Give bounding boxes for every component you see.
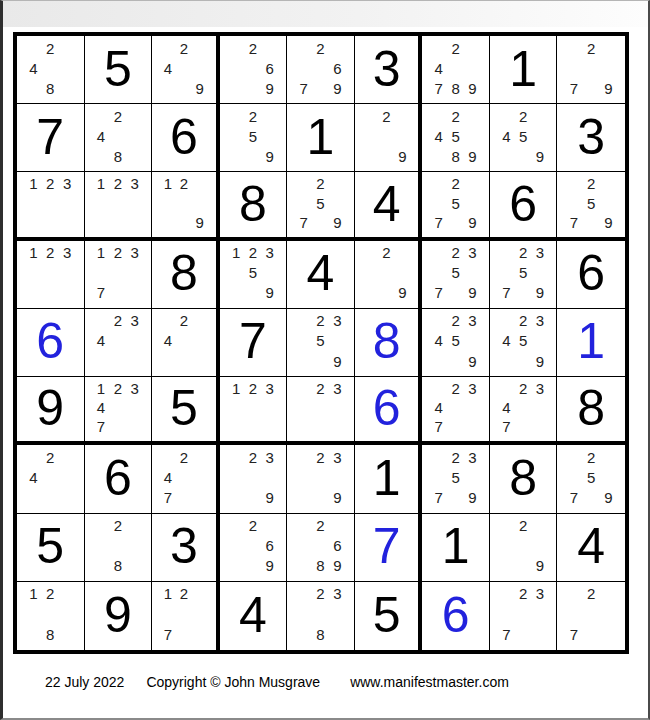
pencil-mark-9: 9 (600, 78, 617, 98)
pencil-mark-9: 9 (329, 351, 346, 371)
cell-r3c2[interactable]: 123 (85, 172, 153, 240)
pencil-mark-1: 1 (25, 584, 42, 604)
entered-digit: 6 (17, 309, 84, 376)
pencil-mark-9: 9 (329, 556, 346, 576)
pencil-mark-7: 7 (565, 213, 582, 232)
pencil-marks: 239 (287, 445, 354, 512)
cell-r2c2[interactable]: 248 (85, 104, 153, 172)
pencil-mark-9: 9 (532, 556, 549, 576)
pencil-marks: 23 (287, 377, 354, 441)
solved-digit: 3 (557, 104, 625, 171)
pencil-marks: 28 (85, 514, 152, 581)
pencil-mark-4: 4 (25, 58, 42, 78)
pencil-mark-7: 7 (295, 213, 312, 232)
solved-digit: 3 (152, 514, 216, 581)
cell-r6c5[interactable]: 23 (287, 377, 355, 445)
solved-digit: 6 (85, 445, 152, 512)
cell-r3c4[interactable]: 8 (220, 172, 288, 240)
cell-r5c9[interactable]: 1 (557, 309, 625, 377)
cell-r3c6[interactable]: 4 (355, 172, 423, 240)
cell-r7c8[interactable]: 8 (490, 445, 558, 513)
cell-r3c3[interactable]: 129 (152, 172, 220, 240)
pencil-marks: 24789 (422, 36, 489, 103)
cell-r7c3[interactable]: 247 (152, 445, 220, 513)
cell-r7c2[interactable]: 6 (85, 445, 153, 513)
cell-r2c3[interactable]: 6 (152, 104, 220, 172)
pencil-mark-2: 2 (176, 584, 192, 604)
cell-r8c1[interactable]: 5 (17, 514, 85, 582)
pencil-mark-8: 8 (312, 556, 329, 576)
cell-r6c8[interactable]: 2347 (490, 377, 558, 445)
pencil-mark-2: 2 (379, 243, 395, 263)
pencil-marks: 2579 (557, 172, 625, 236)
cell-r5c5[interactable]: 2359 (287, 309, 355, 377)
pencil-mark-9: 9 (394, 283, 410, 303)
cell-r1c6[interactable]: 3 (355, 36, 423, 104)
cell-r3c9[interactable]: 2579 (557, 172, 625, 240)
pencil-marks: 12347 (85, 377, 152, 441)
pencil-mark-6: 6 (329, 536, 346, 556)
solved-digit: 4 (220, 582, 287, 650)
pencil-mark-7: 7 (430, 417, 447, 436)
pencil-mark-2: 2 (312, 38, 329, 58)
entered-digit: 7 (355, 514, 419, 581)
cell-r8c2[interactable]: 28 (85, 514, 153, 582)
pencil-mark-5: 5 (312, 194, 329, 213)
pencil-mark-9: 9 (261, 78, 278, 98)
pencil-mark-7: 7 (565, 487, 582, 507)
pencil-mark-3: 3 (532, 584, 549, 604)
pencil-mark-3: 3 (464, 447, 481, 467)
cell-r4c3[interactable]: 8 (152, 241, 220, 309)
pencil-mark-4: 4 (498, 331, 515, 351)
pencil-marks: 279 (557, 36, 625, 103)
pencil-mark-2: 2 (447, 379, 464, 398)
pencil-mark-3: 3 (532, 243, 549, 263)
pencil-mark-3: 3 (329, 584, 346, 604)
pencil-marks: 2679 (287, 36, 354, 103)
pencil-mark-4: 4 (498, 398, 515, 417)
pencil-mark-7: 7 (160, 625, 176, 645)
cell-r7c9[interactable]: 2579 (557, 445, 625, 513)
footer-website: www.manifestmaster.com (350, 674, 509, 690)
pencil-mark-3: 3 (464, 243, 481, 263)
pencil-mark-3: 3 (126, 311, 143, 331)
pencil-mark-1: 1 (160, 174, 176, 193)
pencil-marks: 23579 (422, 445, 489, 512)
cell-r9c9[interactable]: 27 (557, 582, 625, 650)
pencil-mark-1: 1 (160, 584, 176, 604)
pencil-mark-3: 3 (261, 243, 278, 263)
solved-digit: 4 (557, 514, 625, 581)
pencil-mark-3: 3 (261, 379, 278, 398)
pencil-mark-7: 7 (160, 487, 176, 507)
cell-r5c8[interactable]: 23459 (490, 309, 558, 377)
sudoku-app-window: 2485249269267932478912797248625912924589… (0, 0, 650, 720)
cell-r5c4[interactable]: 7 (220, 309, 288, 377)
cell-r1c7[interactable]: 24789 (422, 36, 490, 104)
pencil-mark-2: 2 (447, 447, 464, 467)
pencil-mark-9: 9 (329, 78, 346, 98)
solved-digit: 9 (85, 582, 152, 650)
cell-r9c7[interactable]: 6 (422, 582, 490, 650)
cell-r2c9[interactable]: 3 (557, 104, 625, 172)
pencil-mark-2: 2 (583, 38, 600, 58)
cell-r8c3[interactable]: 3 (152, 514, 220, 582)
cell-r3c5[interactable]: 2579 (287, 172, 355, 240)
cell-r6c6[interactable]: 6 (355, 377, 423, 445)
pencil-marks: 128 (17, 582, 84, 650)
solved-digit: 7 (17, 104, 84, 171)
pencil-mark-5: 5 (515, 126, 532, 146)
footer: 22 July 2022 Copyright © John Musgrave w… (45, 674, 509, 690)
pencil-mark-8: 8 (447, 146, 464, 166)
pencil-mark-3: 3 (464, 311, 481, 331)
pencil-mark-5: 5 (447, 126, 464, 146)
pencil-marks: 238 (287, 582, 354, 650)
solved-digit: 7 (220, 309, 287, 376)
pencil-mark-9: 9 (394, 146, 410, 166)
pencil-mark-1: 1 (93, 243, 110, 263)
pencil-mark-9: 9 (192, 213, 208, 232)
cell-r1c4[interactable]: 269 (220, 36, 288, 104)
cell-r5c3[interactable]: 24 (152, 309, 220, 377)
cell-r9c6[interactable]: 5 (355, 582, 423, 650)
pencil-marks: 12359 (220, 241, 287, 308)
pencil-mark-8: 8 (42, 625, 59, 645)
cell-r6c4[interactable]: 123 (220, 377, 288, 445)
solved-digit: 1 (355, 445, 419, 512)
pencil-mark-3: 3 (329, 311, 346, 331)
cell-r3c7[interactable]: 2579 (422, 172, 490, 240)
pencil-mark-8: 8 (109, 146, 126, 166)
pencil-marks: 239 (220, 445, 287, 512)
pencil-mark-2: 2 (447, 174, 464, 193)
cell-r7c7[interactable]: 23579 (422, 445, 490, 513)
solved-digit: 4 (287, 241, 354, 308)
pencil-mark-2: 2 (176, 447, 192, 467)
cell-r8c7[interactable]: 1 (422, 514, 490, 582)
solved-digit: 5 (152, 377, 216, 441)
pencil-mark-6: 6 (261, 58, 278, 78)
pencil-mark-7: 7 (430, 213, 447, 232)
pencil-mark-3: 3 (532, 311, 549, 331)
cell-r3c8[interactable]: 6 (490, 172, 558, 240)
pencil-marks: 129 (152, 172, 216, 236)
pencil-mark-4: 4 (25, 467, 42, 487)
pencil-mark-2: 2 (312, 379, 329, 398)
pencil-mark-2: 2 (583, 584, 600, 604)
pencil-mark-9: 9 (329, 213, 346, 232)
pencil-mark-1: 1 (93, 379, 110, 398)
pencil-marks: 123 (220, 377, 287, 441)
pencil-mark-2: 2 (515, 584, 532, 604)
pencil-mark-2: 2 (42, 243, 59, 263)
pencil-mark-1: 1 (228, 243, 245, 263)
solved-digit: 8 (557, 377, 625, 441)
pencil-mark-9: 9 (464, 487, 481, 507)
solved-digit: 5 (85, 36, 152, 103)
cell-r4c2[interactable]: 1237 (85, 241, 153, 309)
pencil-mark-5: 5 (447, 263, 464, 283)
cell-r1c2[interactable]: 5 (85, 36, 153, 104)
cell-r4c8[interactable]: 23579 (490, 241, 558, 309)
cell-r1c5[interactable]: 2679 (287, 36, 355, 104)
pencil-mark-9: 9 (261, 146, 278, 166)
pencil-mark-9: 9 (261, 283, 278, 303)
pencil-mark-3: 3 (59, 174, 76, 193)
solved-digit: 3 (355, 36, 419, 103)
pencil-mark-2: 2 (176, 38, 192, 58)
pencil-mark-2: 2 (515, 379, 532, 398)
solved-digit: 6 (557, 241, 625, 308)
pencil-mark-4: 4 (430, 58, 447, 78)
cell-r7c1[interactable]: 24 (17, 445, 85, 513)
pencil-mark-2: 2 (515, 516, 532, 536)
entered-digit: 1 (557, 309, 625, 376)
pencil-mark-9: 9 (532, 283, 549, 303)
pencil-mark-4: 4 (430, 398, 447, 417)
footer-date: 22 July 2022 (45, 674, 124, 690)
cell-r6c7[interactable]: 2347 (422, 377, 490, 445)
pencil-mark-7: 7 (93, 417, 110, 436)
pencil-marks: 29 (355, 241, 419, 308)
pencil-mark-5: 5 (447, 194, 464, 213)
solved-digit: 9 (17, 377, 84, 441)
cell-r5c2[interactable]: 234 (85, 309, 153, 377)
window-titlebar[interactable] (3, 1, 648, 27)
pencil-mark-8: 8 (42, 78, 59, 98)
pencil-mark-4: 4 (430, 331, 447, 351)
pencil-mark-2: 2 (583, 174, 600, 193)
pencil-mark-1: 1 (228, 379, 245, 398)
pencil-mark-5: 5 (515, 331, 532, 351)
cell-r1c1[interactable]: 248 (17, 36, 85, 104)
pencil-mark-9: 9 (464, 351, 481, 371)
pencil-mark-5: 5 (583, 194, 600, 213)
cell-r6c2[interactable]: 12347 (85, 377, 153, 445)
pencil-mark-8: 8 (109, 556, 126, 576)
pencil-mark-5: 5 (515, 263, 532, 283)
pencil-mark-6: 6 (329, 58, 346, 78)
pencil-mark-1: 1 (25, 174, 42, 193)
pencil-marks: 248 (85, 104, 152, 171)
cell-r2c4[interactable]: 259 (220, 104, 288, 172)
pencil-marks: 23579 (422, 241, 489, 308)
cell-r9c5[interactable]: 238 (287, 582, 355, 650)
pencil-marks: 269 (220, 514, 287, 581)
pencil-mark-9: 9 (261, 487, 278, 507)
cell-r1c3[interactable]: 249 (152, 36, 220, 104)
solved-digit: 5 (17, 514, 84, 581)
pencil-mark-2: 2 (515, 106, 532, 126)
pencil-marks: 234 (85, 309, 152, 376)
cell-r8c4[interactable]: 269 (220, 514, 288, 582)
entered-digit: 6 (422, 582, 489, 650)
pencil-mark-2: 2 (245, 447, 262, 467)
cell-r9c3[interactable]: 127 (152, 582, 220, 650)
pencil-mark-6: 6 (261, 536, 278, 556)
solved-digit: 6 (490, 172, 557, 236)
pencil-marks: 27 (557, 582, 625, 650)
pencil-marks: 2459 (490, 104, 557, 171)
pencil-mark-2: 2 (447, 311, 464, 331)
pencil-mark-9: 9 (261, 556, 278, 576)
pencil-marks: 127 (152, 582, 216, 650)
pencil-mark-2: 2 (42, 174, 59, 193)
pencil-marks: 2347 (490, 377, 557, 441)
pencil-mark-2: 2 (312, 584, 329, 604)
pencil-mark-7: 7 (93, 283, 110, 303)
pencil-mark-4: 4 (160, 331, 176, 351)
cell-r1c9[interactable]: 279 (557, 36, 625, 104)
pencil-marks: 24589 (422, 104, 489, 171)
pencil-mark-4: 4 (160, 58, 176, 78)
pencil-mark-2: 2 (109, 516, 126, 536)
cell-r8c6[interactable]: 7 (355, 514, 423, 582)
pencil-mark-2: 2 (176, 311, 192, 331)
pencil-marks: 269 (220, 36, 287, 103)
pencil-mark-2: 2 (515, 311, 532, 331)
cell-r2c6[interactable]: 29 (355, 104, 423, 172)
cell-r6c9[interactable]: 8 (557, 377, 625, 445)
pencil-mark-2: 2 (109, 174, 126, 193)
pencil-mark-5: 5 (583, 467, 600, 487)
cell-r2c8[interactable]: 2459 (490, 104, 558, 172)
pencil-mark-9: 9 (464, 213, 481, 232)
cell-r8c5[interactable]: 2689 (287, 514, 355, 582)
cell-r9c4[interactable]: 4 (220, 582, 288, 650)
cell-r6c1[interactable]: 9 (17, 377, 85, 445)
pencil-marks: 2579 (422, 172, 489, 236)
cell-r4c1[interactable]: 123 (17, 241, 85, 309)
pencil-mark-9: 9 (464, 283, 481, 303)
pencil-mark-2: 2 (447, 106, 464, 126)
pencil-mark-3: 3 (59, 243, 76, 263)
pencil-mark-2: 2 (109, 243, 126, 263)
cell-r4c9[interactable]: 6 (557, 241, 625, 309)
pencil-mark-2: 2 (245, 516, 262, 536)
pencil-marks: 2347 (422, 377, 489, 441)
cell-r7c4[interactable]: 239 (220, 445, 288, 513)
cell-r4c6[interactable]: 29 (355, 241, 423, 309)
pencil-mark-4: 4 (160, 467, 176, 487)
pencil-marks: 23579 (490, 241, 557, 308)
cell-r3c1[interactable]: 123 (17, 172, 85, 240)
cell-r7c6[interactable]: 1 (355, 445, 423, 513)
cell-r5c6[interactable]: 8 (355, 309, 423, 377)
pencil-mark-2: 2 (515, 243, 532, 263)
pencil-marks: 2579 (287, 172, 354, 236)
cell-r5c1[interactable]: 6 (17, 309, 85, 377)
pencil-mark-9: 9 (464, 78, 481, 98)
cell-r8c9[interactable]: 4 (557, 514, 625, 582)
cell-r5c7[interactable]: 23459 (422, 309, 490, 377)
pencil-mark-2: 2 (176, 174, 192, 193)
pencil-mark-7: 7 (565, 78, 582, 98)
cell-r2c5[interactable]: 1 (287, 104, 355, 172)
cell-r6c3[interactable]: 5 (152, 377, 220, 445)
pencil-mark-2: 2 (42, 584, 59, 604)
pencil-mark-7: 7 (498, 283, 515, 303)
pencil-mark-3: 3 (126, 243, 143, 263)
pencil-mark-2: 2 (312, 516, 329, 536)
footer-copyright: Copyright © John Musgrave (146, 674, 320, 690)
solved-digit: 6 (152, 104, 216, 171)
cell-r4c5[interactable]: 4 (287, 241, 355, 309)
pencil-mark-9: 9 (600, 487, 617, 507)
pencil-mark-7: 7 (430, 487, 447, 507)
pencil-mark-4: 4 (498, 126, 515, 146)
pencil-mark-9: 9 (192, 78, 208, 98)
pencil-mark-1: 1 (25, 243, 42, 263)
pencil-mark-3: 3 (126, 174, 143, 193)
cell-r1c8[interactable]: 1 (490, 36, 558, 104)
pencil-mark-2: 2 (42, 38, 59, 58)
solved-digit: 8 (220, 172, 287, 236)
pencil-mark-2: 2 (245, 243, 262, 263)
pencil-mark-7: 7 (430, 78, 447, 98)
pencil-mark-2: 2 (312, 174, 329, 193)
cell-r4c4[interactable]: 12359 (220, 241, 288, 309)
pencil-mark-2: 2 (447, 243, 464, 263)
pencil-marks: 29 (490, 514, 557, 581)
pencil-mark-2: 2 (379, 106, 395, 126)
pencil-mark-2: 2 (245, 379, 262, 398)
solved-digit: 1 (422, 514, 489, 581)
pencil-mark-5: 5 (447, 467, 464, 487)
pencil-marks: 249 (152, 36, 216, 103)
solved-digit: 4 (355, 172, 419, 236)
pencil-mark-8: 8 (447, 78, 464, 98)
entered-digit: 8 (355, 309, 419, 376)
cell-r2c1[interactable]: 7 (17, 104, 85, 172)
pencil-mark-4: 4 (430, 126, 447, 146)
pencil-marks: 259 (220, 104, 287, 171)
pencil-marks: 2689 (287, 514, 354, 581)
pencil-mark-7: 7 (565, 625, 582, 645)
pencil-mark-2: 2 (245, 106, 262, 126)
pencil-mark-9: 9 (532, 146, 549, 166)
cell-r2c7[interactable]: 24589 (422, 104, 490, 172)
pencil-mark-3: 3 (464, 379, 481, 398)
solved-digit: 1 (490, 36, 557, 103)
cell-r7c5[interactable]: 239 (287, 445, 355, 513)
cell-r8c8[interactable]: 29 (490, 514, 558, 582)
pencil-marks: 247 (152, 445, 216, 512)
pencil-marks: 2359 (287, 309, 354, 376)
cell-r9c2[interactable]: 9 (85, 582, 153, 650)
pencil-marks: 123 (17, 172, 84, 236)
pencil-mark-7: 7 (295, 78, 312, 98)
pencil-mark-9: 9 (464, 146, 481, 166)
pencil-mark-2: 2 (109, 379, 126, 398)
pencil-mark-8: 8 (312, 625, 329, 645)
pencil-mark-2: 2 (245, 38, 262, 58)
solved-digit: 8 (152, 241, 216, 308)
pencil-marks: 2579 (557, 445, 625, 512)
pencil-mark-2: 2 (447, 38, 464, 58)
pencil-marks: 123 (17, 241, 84, 308)
pencil-marks: 24 (17, 445, 84, 512)
pencil-mark-5: 5 (447, 331, 464, 351)
cell-r4c7[interactable]: 23579 (422, 241, 490, 309)
pencil-mark-2: 2 (312, 447, 329, 467)
cell-r9c1[interactable]: 128 (17, 582, 85, 650)
pencil-mark-7: 7 (430, 283, 447, 303)
cell-r9c8[interactable]: 237 (490, 582, 558, 650)
pencil-mark-2: 2 (109, 106, 126, 126)
